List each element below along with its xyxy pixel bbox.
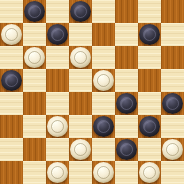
square-h6[interactable]	[161, 46, 184, 69]
square-c2	[46, 138, 69, 161]
square-f2[interactable]	[115, 138, 138, 161]
square-b4[interactable]	[23, 92, 46, 115]
square-g3[interactable]	[138, 115, 161, 138]
square-h7	[161, 23, 184, 46]
black-man[interactable]	[162, 93, 183, 114]
square-d2[interactable]	[69, 138, 92, 161]
black-man[interactable]	[47, 24, 68, 45]
square-e1[interactable]	[92, 161, 115, 184]
square-h1	[161, 161, 184, 184]
black-man[interactable]	[70, 1, 91, 22]
black-man[interactable]	[93, 116, 114, 137]
square-g2	[138, 138, 161, 161]
square-g1[interactable]	[138, 161, 161, 184]
white-man[interactable]	[93, 70, 114, 91]
square-f7	[115, 23, 138, 46]
square-c3[interactable]	[46, 115, 69, 138]
square-d4[interactable]	[69, 92, 92, 115]
checkers-board	[0, 0, 184, 184]
white-man[interactable]	[139, 162, 160, 183]
square-c7[interactable]	[46, 23, 69, 46]
square-a6	[0, 46, 23, 69]
square-e4	[92, 92, 115, 115]
white-man[interactable]	[47, 116, 68, 137]
white-man[interactable]	[47, 162, 68, 183]
square-b7	[23, 23, 46, 46]
square-g5[interactable]	[138, 69, 161, 92]
square-h3	[161, 115, 184, 138]
square-e2	[92, 138, 115, 161]
square-h8[interactable]	[161, 0, 184, 23]
square-b5	[23, 69, 46, 92]
square-d5	[69, 69, 92, 92]
square-f4[interactable]	[115, 92, 138, 115]
black-man[interactable]	[1, 70, 22, 91]
square-d6[interactable]	[69, 46, 92, 69]
square-b8[interactable]	[23, 0, 46, 23]
square-e7[interactable]	[92, 23, 115, 46]
black-man[interactable]	[139, 24, 160, 45]
black-man[interactable]	[116, 139, 137, 160]
black-man[interactable]	[139, 116, 160, 137]
square-c8	[46, 0, 69, 23]
square-f1	[115, 161, 138, 184]
white-man[interactable]	[24, 47, 45, 68]
square-a3[interactable]	[0, 115, 23, 138]
square-h5	[161, 69, 184, 92]
square-g8	[138, 0, 161, 23]
white-man[interactable]	[70, 47, 91, 68]
square-h4[interactable]	[161, 92, 184, 115]
square-a5[interactable]	[0, 69, 23, 92]
square-e5[interactable]	[92, 69, 115, 92]
white-man[interactable]	[162, 139, 183, 160]
square-d1	[69, 161, 92, 184]
square-f5	[115, 69, 138, 92]
square-c1[interactable]	[46, 161, 69, 184]
white-man[interactable]	[93, 162, 114, 183]
square-f3	[115, 115, 138, 138]
square-g7[interactable]	[138, 23, 161, 46]
square-c6	[46, 46, 69, 69]
square-e3[interactable]	[92, 115, 115, 138]
square-e8	[92, 0, 115, 23]
square-d3	[69, 115, 92, 138]
square-c4	[46, 92, 69, 115]
square-a1[interactable]	[0, 161, 23, 184]
square-d7	[69, 23, 92, 46]
square-a7[interactable]	[0, 23, 23, 46]
square-b2[interactable]	[23, 138, 46, 161]
square-f8[interactable]	[115, 0, 138, 23]
square-c5[interactable]	[46, 69, 69, 92]
square-d8[interactable]	[69, 0, 92, 23]
square-b3	[23, 115, 46, 138]
square-a2	[0, 138, 23, 161]
black-man[interactable]	[116, 93, 137, 114]
square-h2[interactable]	[161, 138, 184, 161]
square-a8	[0, 0, 23, 23]
square-a4	[0, 92, 23, 115]
square-f6[interactable]	[115, 46, 138, 69]
square-b1	[23, 161, 46, 184]
square-g6	[138, 46, 161, 69]
square-e6	[92, 46, 115, 69]
square-b6[interactable]	[23, 46, 46, 69]
square-g4	[138, 92, 161, 115]
white-man[interactable]	[70, 139, 91, 160]
white-man[interactable]	[1, 24, 22, 45]
black-man[interactable]	[24, 1, 45, 22]
